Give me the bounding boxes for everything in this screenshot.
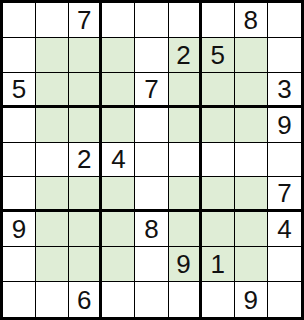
cell-r2c1[interactable] — [3, 38, 36, 73]
cell-r7c6[interactable] — [169, 212, 202, 247]
cell-r7c3[interactable] — [69, 212, 102, 247]
cell-r8c5[interactable] — [135, 247, 168, 282]
cell-r4c1[interactable] — [3, 108, 36, 143]
cell-r9c8[interactable]: 9 — [235, 282, 268, 317]
cell-r9c2[interactable] — [36, 282, 69, 317]
cell-r3c3[interactable] — [69, 73, 102, 108]
cell-r6c6[interactable] — [169, 177, 202, 212]
cell-r1c2[interactable] — [36, 3, 69, 38]
cell-r5c6[interactable] — [169, 143, 202, 178]
cell-r3c4[interactable] — [102, 73, 135, 108]
cell-r6c2[interactable] — [36, 177, 69, 212]
cell-r9c6[interactable] — [169, 282, 202, 317]
cell-r3c5[interactable]: 7 — [135, 73, 168, 108]
cell-r4c9[interactable]: 9 — [268, 108, 301, 143]
cell-r1c5[interactable] — [135, 3, 168, 38]
cell-r7c7[interactable] — [202, 212, 235, 247]
cell-r6c1[interactable] — [3, 177, 36, 212]
cell-r5c4[interactable]: 4 — [102, 143, 135, 178]
cell-r5c3[interactable]: 2 — [69, 143, 102, 178]
cell-r9c7[interactable] — [202, 282, 235, 317]
cell-r6c8[interactable] — [235, 177, 268, 212]
cell-r6c5[interactable] — [135, 177, 168, 212]
cell-r3c1[interactable]: 5 — [3, 73, 36, 108]
cell-r8c1[interactable] — [3, 247, 36, 282]
cell-r8c4[interactable] — [102, 247, 135, 282]
cell-r3c8[interactable] — [235, 73, 268, 108]
cell-r8c3[interactable] — [69, 247, 102, 282]
cell-r1c9[interactable] — [268, 3, 301, 38]
cell-r2c6[interactable]: 2 — [169, 38, 202, 73]
cell-r8c2[interactable] — [36, 247, 69, 282]
cell-r3c9[interactable]: 3 — [268, 73, 301, 108]
cell-r6c3[interactable] — [69, 177, 102, 212]
cell-r4c2[interactable] — [36, 108, 69, 143]
cell-r2c5[interactable] — [135, 38, 168, 73]
cell-r9c1[interactable] — [3, 282, 36, 317]
cell-r5c9[interactable] — [268, 143, 301, 178]
cell-r1c1[interactable] — [3, 3, 36, 38]
cell-r5c5[interactable] — [135, 143, 168, 178]
cell-r7c5[interactable]: 8 — [135, 212, 168, 247]
cell-r1c7[interactable] — [202, 3, 235, 38]
cell-r7c1[interactable]: 9 — [3, 212, 36, 247]
cell-r3c7[interactable] — [202, 73, 235, 108]
cell-r4c8[interactable] — [235, 108, 268, 143]
cell-r8c6[interactable]: 9 — [169, 247, 202, 282]
cell-r3c2[interactable] — [36, 73, 69, 108]
cell-r2c4[interactable] — [102, 38, 135, 73]
cell-r8c8[interactable] — [235, 247, 268, 282]
cell-r5c2[interactable] — [36, 143, 69, 178]
cell-r4c7[interactable] — [202, 108, 235, 143]
cell-r2c8[interactable] — [235, 38, 268, 73]
cell-r1c6[interactable] — [169, 3, 202, 38]
cell-r9c9[interactable] — [268, 282, 301, 317]
cell-r4c4[interactable] — [102, 108, 135, 143]
cell-r1c8[interactable]: 8 — [235, 3, 268, 38]
cell-r1c4[interactable] — [102, 3, 135, 38]
cell-r4c6[interactable] — [169, 108, 202, 143]
cell-r2c3[interactable] — [69, 38, 102, 73]
cell-r9c4[interactable] — [102, 282, 135, 317]
cell-r7c4[interactable] — [102, 212, 135, 247]
cell-r2c2[interactable] — [36, 38, 69, 73]
cell-r8c9[interactable] — [268, 247, 301, 282]
cell-r4c5[interactable] — [135, 108, 168, 143]
cell-r3c6[interactable] — [169, 73, 202, 108]
cell-r2c7[interactable]: 5 — [202, 38, 235, 73]
cell-r8c7[interactable]: 1 — [202, 247, 235, 282]
cell-r7c9[interactable]: 4 — [268, 212, 301, 247]
cell-r7c2[interactable] — [36, 212, 69, 247]
cell-r1c3[interactable]: 7 — [69, 3, 102, 38]
cell-r9c3[interactable]: 6 — [69, 282, 102, 317]
cell-r5c7[interactable] — [202, 143, 235, 178]
cell-r6c9[interactable]: 7 — [268, 177, 301, 212]
cell-r6c7[interactable] — [202, 177, 235, 212]
cell-r6c4[interactable] — [102, 177, 135, 212]
cell-r7c8[interactable] — [235, 212, 268, 247]
cell-r5c1[interactable] — [3, 143, 36, 178]
sudoku-board: 782557392479849169 — [0, 0, 304, 320]
cell-r2c9[interactable] — [268, 38, 301, 73]
cell-r9c5[interactable] — [135, 282, 168, 317]
cell-r5c8[interactable] — [235, 143, 268, 178]
cell-r4c3[interactable] — [69, 108, 102, 143]
